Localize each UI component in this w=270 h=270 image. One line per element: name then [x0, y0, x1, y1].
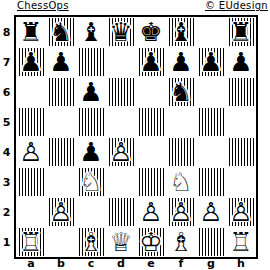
white-bishop-halo: ♝ [166, 227, 196, 257]
white-bishop-halo: ♝ [76, 227, 106, 257]
white-pawn-b2: ♙ [46, 197, 76, 227]
black-rook-halo: ♜ [226, 17, 256, 47]
square-b6[interactable] [46, 77, 76, 107]
square-e5[interactable] [136, 107, 166, 137]
white-pawn-halo: ♟ [136, 197, 166, 227]
square-c1[interactable]: ♝♗ [76, 227, 106, 257]
black-pawn-h7: ♟ [226, 47, 256, 77]
white-pawn-halo: ♟ [106, 137, 136, 167]
white-rook-h1: ♖ [226, 227, 256, 257]
white-king-halo: ♚ [136, 227, 166, 257]
square-a1[interactable]: ♜♖ [16, 227, 46, 257]
black-pawn-g7: ♟ [196, 47, 226, 77]
square-d1[interactable]: ♛♕ [106, 227, 136, 257]
white-pawn-d4: ♙ [106, 137, 136, 167]
rank-label-7: 7 [0, 47, 13, 77]
square-b7[interactable]: ♟♟ [46, 47, 76, 77]
white-pawn-halo: ♟ [46, 197, 76, 227]
black-pawn-halo: ♟ [226, 47, 256, 77]
black-pawn-halo: ♟ [76, 137, 106, 167]
white-pawn-g2: ♙ [196, 197, 226, 227]
black-rook-a8: ♜ [16, 17, 46, 47]
square-h1[interactable]: ♜♖ [226, 227, 256, 257]
square-b4[interactable] [46, 137, 76, 167]
file-label-e: e [136, 258, 166, 270]
rank-label-2: 2 [0, 197, 13, 227]
black-queen-halo: ♛ [106, 17, 136, 47]
square-g8[interactable] [196, 17, 226, 47]
square-f1[interactable]: ♝♗ [166, 227, 196, 257]
rank-label-3: 3 [0, 167, 13, 197]
white-pawn-halo: ♟ [196, 197, 226, 227]
board-frame: ♜♜♞♞♝♝♛♛♚♚♝♝♜♜♟♟♟♟♟♟♟♟♟♟♟♟♟♟♞♞♟♙♟♟♟♙♞♘♞♘… [14, 15, 258, 259]
square-h6[interactable] [226, 77, 256, 107]
black-pawn-e7: ♟ [136, 47, 166, 77]
square-g4[interactable] [196, 137, 226, 167]
black-bishop-f8: ♝ [166, 17, 196, 47]
file-label-h: h [226, 258, 256, 270]
white-pawn-e2: ♙ [136, 197, 166, 227]
black-bishop-halo: ♝ [76, 17, 106, 47]
black-knight-halo: ♞ [46, 17, 76, 47]
black-rook-h8: ♜ [226, 17, 256, 47]
square-b1[interactable] [46, 227, 76, 257]
white-rook-halo: ♜ [226, 227, 256, 257]
file-label-b: b [46, 258, 76, 270]
square-c6[interactable]: ♟♟ [76, 77, 106, 107]
square-e7[interactable]: ♟♟ [136, 47, 166, 77]
square-b2[interactable]: ♟♙ [46, 197, 76, 227]
square-h2[interactable]: ♟♙ [226, 197, 256, 227]
square-f5[interactable] [166, 107, 196, 137]
rank-label-5: 5 [0, 107, 13, 137]
square-f4[interactable] [166, 137, 196, 167]
white-pawn-a4: ♙ [16, 137, 46, 167]
square-f8[interactable]: ♝♝ [166, 17, 196, 47]
white-pawn-halo: ♟ [16, 137, 46, 167]
square-d4[interactable]: ♟♙ [106, 137, 136, 167]
white-queen-halo: ♛ [106, 227, 136, 257]
file-label-d: d [106, 258, 136, 270]
square-c4[interactable]: ♟♟ [76, 137, 106, 167]
rank-label-4: 4 [0, 137, 13, 167]
square-a4[interactable]: ♟♙ [16, 137, 46, 167]
square-f7[interactable]: ♟♟ [166, 47, 196, 77]
black-pawn-halo: ♟ [196, 47, 226, 77]
square-h7[interactable]: ♟♟ [226, 47, 256, 77]
rank-label-1: 1 [0, 227, 13, 257]
square-c7[interactable] [76, 47, 106, 77]
square-f2[interactable]: ♟♙ [166, 197, 196, 227]
file-labels: abcdefgh [16, 258, 256, 270]
square-h8[interactable]: ♜♜ [226, 17, 256, 47]
square-d6[interactable] [106, 77, 136, 107]
black-pawn-halo: ♟ [76, 77, 106, 107]
black-pawn-halo: ♟ [136, 47, 166, 77]
square-e6[interactable] [136, 77, 166, 107]
square-b3[interactable] [46, 167, 76, 197]
square-h3[interactable] [226, 167, 256, 197]
white-knight-f3: ♘ [166, 167, 196, 197]
square-g1[interactable] [196, 227, 226, 257]
white-bishop-c1: ♗ [76, 227, 106, 257]
chessops-diagram: ChessOps © EUdesign 87654321 ♜♜♞♞♝♝♛♛♚♚♝… [0, 0, 270, 270]
square-a8[interactable]: ♜♜ [16, 17, 46, 47]
square-g3[interactable] [196, 167, 226, 197]
credit-link[interactable]: © EUdesign [205, 0, 268, 12]
square-e1[interactable]: ♚♔ [136, 227, 166, 257]
black-pawn-c6: ♟ [76, 77, 106, 107]
square-g2[interactable]: ♟♙ [196, 197, 226, 227]
square-h5[interactable] [226, 107, 256, 137]
square-b5[interactable] [46, 107, 76, 137]
white-pawn-halo: ♟ [226, 197, 256, 227]
square-c2[interactable] [76, 197, 106, 227]
square-a6[interactable] [16, 77, 46, 107]
header: ChessOps © EUdesign [0, 0, 268, 14]
white-pawn-f2: ♙ [166, 197, 196, 227]
square-d2[interactable] [106, 197, 136, 227]
square-g7[interactable]: ♟♟ [196, 47, 226, 77]
square-f6[interactable]: ♞♞ [166, 77, 196, 107]
black-bishop-halo: ♝ [166, 17, 196, 47]
file-label-g: g [196, 258, 226, 270]
board: ♜♜♞♞♝♝♛♛♚♚♝♝♜♜♟♟♟♟♟♟♟♟♟♟♟♟♟♟♞♞♟♙♟♟♟♙♞♘♞♘… [16, 17, 256, 257]
white-queen-d1: ♕ [106, 227, 136, 257]
black-pawn-halo: ♟ [46, 47, 76, 77]
rank-label-6: 6 [0, 77, 13, 107]
file-label-a: a [16, 258, 46, 270]
black-pawn-c4: ♟ [76, 137, 106, 167]
square-g6[interactable] [196, 77, 226, 107]
square-f3[interactable]: ♞♘ [166, 167, 196, 197]
rank-labels: 87654321 [0, 17, 13, 257]
square-a7[interactable]: ♟♟ [16, 47, 46, 77]
black-pawn-f7: ♟ [166, 47, 196, 77]
black-knight-b8: ♞ [46, 17, 76, 47]
white-pawn-h2: ♙ [226, 197, 256, 227]
square-c3[interactable]: ♞♘ [76, 167, 106, 197]
black-pawn-a7: ♟ [16, 47, 46, 77]
white-bishop-f1: ♗ [166, 227, 196, 257]
black-queen-d8: ♛ [106, 17, 136, 47]
white-knight-halo: ♞ [76, 167, 106, 197]
white-king-e1: ♔ [136, 227, 166, 257]
square-a3[interactable] [16, 167, 46, 197]
square-e8[interactable]: ♚♚ [136, 17, 166, 47]
square-a5[interactable] [16, 107, 46, 137]
square-c5[interactable] [76, 107, 106, 137]
square-d3[interactable] [106, 167, 136, 197]
black-knight-f6: ♞ [166, 77, 196, 107]
file-label-f: f [166, 258, 196, 270]
square-g5[interactable] [196, 107, 226, 137]
file-label-c: c [76, 258, 106, 270]
black-knight-halo: ♞ [166, 77, 196, 107]
square-e3[interactable] [136, 167, 166, 197]
app-title-link[interactable]: ChessOps [17, 0, 69, 12]
square-e2[interactable]: ♟♙ [136, 197, 166, 227]
black-pawn-halo: ♟ [166, 47, 196, 77]
rank-label-8: 8 [0, 17, 13, 47]
square-h4[interactable] [226, 137, 256, 167]
black-king-halo: ♚ [136, 17, 166, 47]
white-pawn-halo: ♟ [166, 197, 196, 227]
square-d5[interactable] [106, 107, 136, 137]
square-d8[interactable]: ♛♛ [106, 17, 136, 47]
black-king-e8: ♚ [136, 17, 166, 47]
black-pawn-b7: ♟ [46, 47, 76, 77]
white-rook-a1: ♖ [16, 227, 46, 257]
black-rook-halo: ♜ [16, 17, 46, 47]
white-knight-c3: ♘ [76, 167, 106, 197]
black-pawn-halo: ♟ [16, 47, 46, 77]
square-a2[interactable] [16, 197, 46, 227]
square-e4[interactable] [136, 137, 166, 167]
white-rook-halo: ♜ [16, 227, 46, 257]
square-d7[interactable] [106, 47, 136, 77]
square-c8[interactable]: ♝♝ [76, 17, 106, 47]
black-bishop-c8: ♝ [76, 17, 106, 47]
square-b8[interactable]: ♞♞ [46, 17, 76, 47]
white-knight-halo: ♞ [166, 167, 196, 197]
